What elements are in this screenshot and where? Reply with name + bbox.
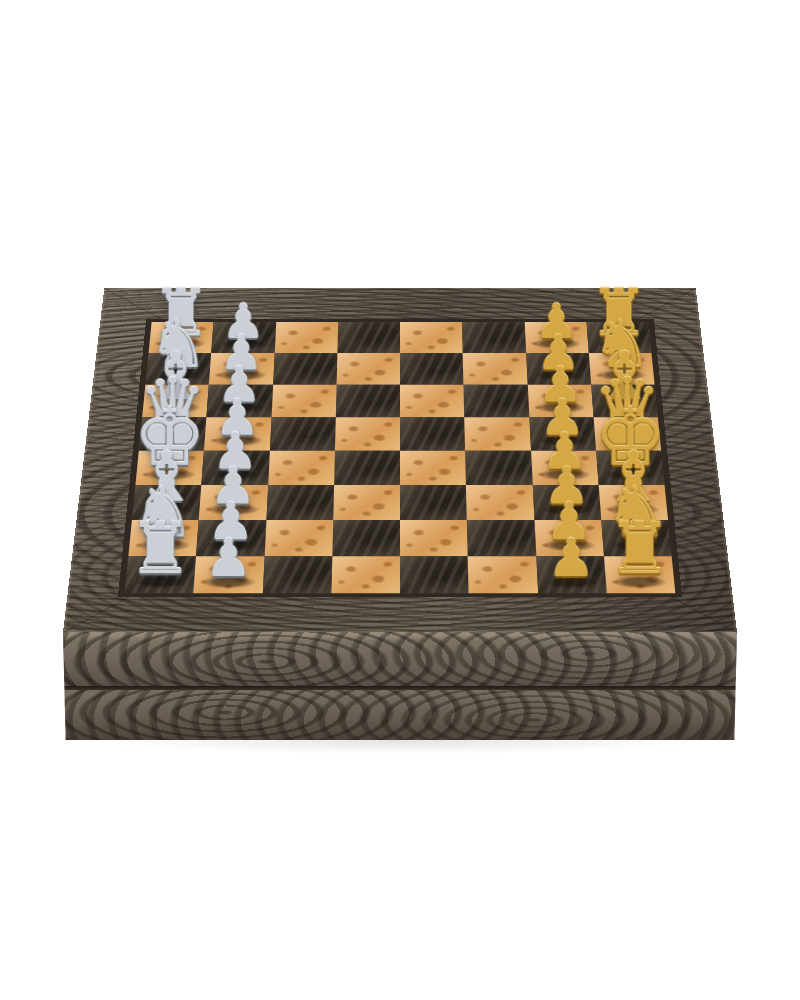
square-g3	[467, 520, 536, 556]
square-e3	[465, 451, 532, 485]
square-g4	[400, 520, 468, 556]
piece-white-pawn: ♟	[548, 534, 595, 584]
square-e6	[268, 451, 335, 485]
square-f6	[266, 485, 334, 520]
square-g6	[264, 520, 333, 556]
product-photo-canvas: ♜♟♟♜♞♟♟♞♝♟♟♝♛♟♟♛♚♟♟♚♝♟♟♝♞♟♟♞♜♟♟♜	[0, 0, 800, 1000]
box-front-face	[63, 632, 737, 740]
square-f5	[333, 485, 400, 520]
square-c6	[271, 385, 336, 418]
chessboard-frame: ♜♟♟♜♞♟♟♞♝♟♟♝♛♟♟♛♚♟♟♚♝♟♟♝♞♟♟♞♜♟♟♜	[63, 288, 737, 633]
square-a6	[274, 322, 338, 353]
square-h4	[400, 556, 469, 593]
square-d4	[400, 417, 465, 450]
square-a3	[462, 322, 526, 353]
square-a5	[337, 322, 400, 353]
square-c5	[336, 385, 400, 418]
square-d6	[269, 417, 335, 450]
square-a4	[400, 322, 463, 353]
square-h2: ♟	[536, 556, 607, 593]
box-lid-edge	[63, 632, 737, 686]
square-b6	[273, 353, 337, 385]
square-b4	[400, 353, 464, 385]
square-h5	[331, 556, 400, 593]
chessboard: ♜♟♟♜♞♟♟♞♝♟♟♝♛♟♟♛♚♟♟♚♝♟♟♝♞♟♟♞♜♟♟♜	[118, 319, 682, 597]
square-f3	[466, 485, 534, 520]
square-f4	[400, 485, 467, 520]
ground-shadow	[95, 728, 705, 754]
square-b3	[463, 353, 527, 385]
piece-white-rook: ♜	[608, 516, 672, 584]
square-h7: ♟	[193, 556, 264, 593]
square-h3	[468, 556, 538, 593]
square-b5	[336, 353, 400, 385]
square-h8: ♜	[125, 556, 197, 593]
square-h6	[262, 556, 332, 593]
square-d5	[335, 417, 400, 450]
square-e5	[334, 451, 400, 485]
square-c4	[400, 385, 464, 418]
square-g5	[332, 520, 400, 556]
square-c3	[464, 385, 529, 418]
square-e4	[400, 451, 466, 485]
piece-black-rook: ♜	[128, 516, 192, 584]
piece-black-pawn: ♟	[205, 534, 252, 584]
square-h1: ♜	[604, 556, 676, 593]
square-d3	[464, 417, 530, 450]
